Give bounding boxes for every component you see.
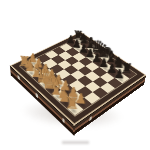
scene: ♜♞♝♛♚♝♞♜♟♟♟♟♟♟♟♟♟♟♟♟♟♟♟♟♜♞♝♛♚♝♞♜ <box>0 0 150 150</box>
piece-black-pawn: ♟ <box>111 67 128 80</box>
chess-case: ♜♞♝♛♚♝♞♜♟♟♟♟♟♟♟♟♟♟♟♟♟♟♟♟♜♞♝♛♚♝♞♜ <box>10 32 145 125</box>
board-rim: ♜♞♝♛♚♝♞♜♟♟♟♟♟♟♟♟♟♟♟♟♟♟♟♟♜♞♝♛♚♝♞♜ <box>10 32 145 125</box>
square-h1: ♜ <box>67 103 84 116</box>
camera-roll-wrapper: ♜♞♝♛♚♝♞♜♟♟♟♟♟♟♟♟♟♟♟♟♟♟♟♟♜♞♝♛♚♝♞♜ <box>0 0 150 150</box>
chess-set-photo: ♜♞♝♛♚♝♞♜♟♟♟♟♟♟♟♟♟♟♟♟♟♟♟♟♜♞♝♛♚♝♞♜ <box>0 0 150 150</box>
watermark <box>62 141 89 144</box>
clasp-icon <box>36 93 39 99</box>
clasp-icon <box>17 75 20 81</box>
square-d5 <box>71 61 85 70</box>
chess-board: ♜♞♝♛♚♝♞♜♟♟♟♟♟♟♟♟♟♟♟♟♟♟♟♟♜♞♝♛♚♝♞♜ <box>20 37 136 116</box>
piece-white-rook: ♜ <box>62 95 82 112</box>
clasp-icon <box>89 116 92 122</box>
clasp-icon <box>63 118 65 124</box>
